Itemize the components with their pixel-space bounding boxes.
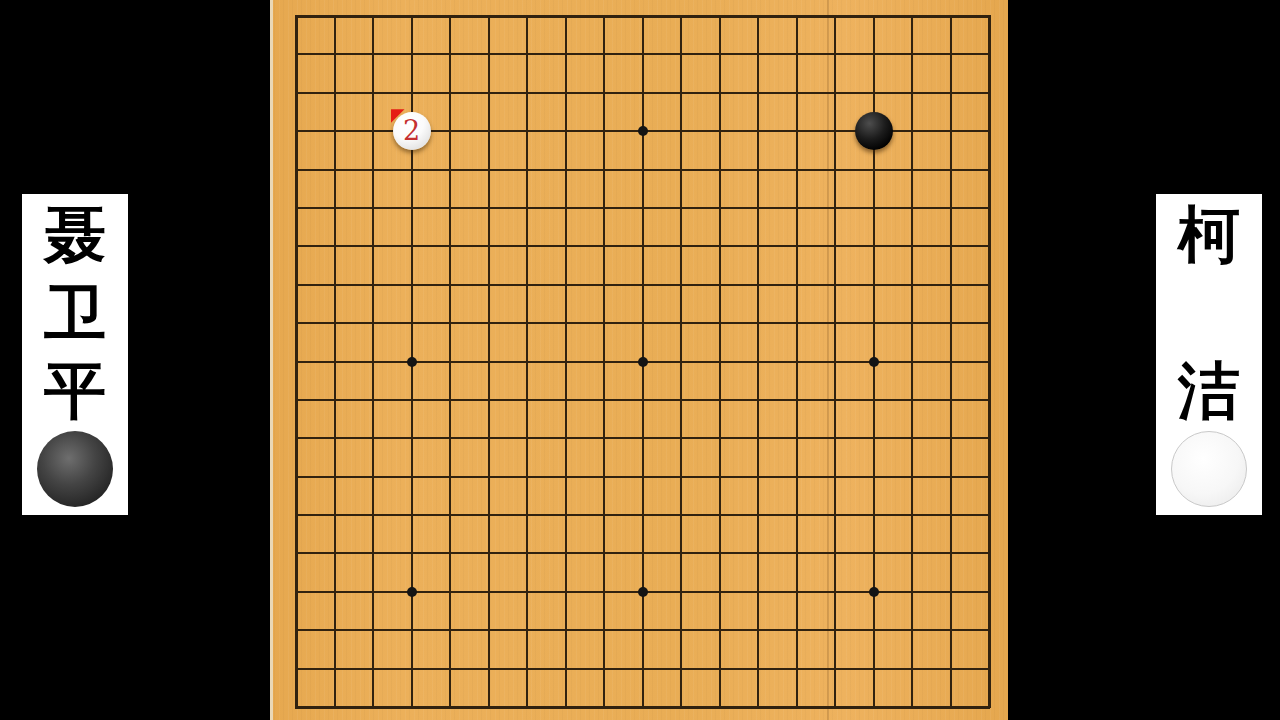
grid-line-vertical [834, 15, 836, 708]
move-number-label: 2 [403, 117, 420, 144]
grid-line-vertical [988, 15, 991, 708]
grid-line-horizontal [295, 514, 990, 516]
player-name-char: 聂 [22, 196, 128, 274]
player-name-char: 柯 [1156, 196, 1262, 274]
star-point [407, 357, 417, 367]
player-plate-white: 柯 洁 [1156, 194, 1262, 515]
player-color-slot [22, 430, 128, 508]
star-point [638, 357, 648, 367]
board-grid[interactable]: 2 [296, 16, 989, 707]
grid-line-vertical [796, 15, 798, 708]
player-name-char: 卫 [22, 274, 128, 352]
star-point [407, 587, 417, 597]
go-board[interactable]: 2 [270, 0, 1008, 720]
player-name-char [1156, 274, 1262, 352]
grid-line-horizontal [295, 399, 990, 401]
grid-line-horizontal [295, 706, 990, 709]
white-stone-icon [1171, 431, 1247, 507]
black-stone-icon [37, 431, 113, 507]
grid-line-horizontal [295, 668, 990, 670]
grid-line-vertical [950, 15, 952, 708]
grid-line-vertical [719, 15, 721, 708]
grid-line-vertical [757, 15, 759, 708]
stone-black-q16 [855, 112, 893, 150]
grid-line-vertical [911, 15, 913, 708]
star-point [869, 587, 879, 597]
board-edge-highlight [270, 0, 273, 720]
grid-line-vertical [680, 15, 682, 708]
grid-line-horizontal [295, 629, 990, 631]
star-point [638, 126, 648, 136]
player-name-char: 洁 [1156, 352, 1262, 430]
grid-line-horizontal [295, 437, 990, 439]
star-point [638, 587, 648, 597]
stone-white-d16: 2 [393, 112, 431, 150]
grid-line-horizontal [295, 476, 990, 478]
grid-line-horizontal [295, 552, 990, 554]
player-plate-black: 聂 卫 平 [22, 194, 128, 515]
star-point [869, 357, 879, 367]
player-color-slot [1156, 430, 1262, 508]
player-name-char: 平 [22, 352, 128, 430]
